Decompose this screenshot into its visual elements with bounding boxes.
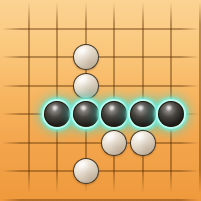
grid-line-horizontal-7 <box>0 199 201 201</box>
black-stone-winning <box>101 101 127 127</box>
grid-line-horizontal-3 <box>0 85 201 87</box>
white-stone <box>101 130 127 156</box>
white-stone <box>130 130 156 156</box>
black-stone-winning <box>73 101 99 127</box>
grid-line-horizontal-6 <box>0 170 201 172</box>
black-stone-winning <box>44 101 70 127</box>
white-stone <box>73 44 99 70</box>
black-stone-winning <box>158 101 184 127</box>
grid-line-horizontal-2 <box>0 56 201 58</box>
grid-line-horizontal-1 <box>0 28 201 30</box>
white-stone <box>73 73 99 99</box>
gomoku-board[interactable] <box>0 0 201 201</box>
white-stone <box>73 158 99 184</box>
black-stone-winning <box>130 101 156 127</box>
